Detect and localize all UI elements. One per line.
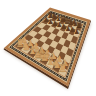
chess-board: ♜♞♝♛♚♝♞♜♟♟♟♟♟♟♟♟♟♟♟♟♟♟♟♟♜♞♝♛♚♝♞♜ <box>0 0 96 96</box>
piece-white-rook: ♜ <box>58 62 68 75</box>
product-photo: ♜♞♝♛♚♝♞♜♟♟♟♟♟♟♟♟♟♟♟♟♟♟♟♟♜♞♝♛♚♝♞♜ <box>0 0 96 96</box>
piece-black-pawn: ♟ <box>74 28 80 36</box>
